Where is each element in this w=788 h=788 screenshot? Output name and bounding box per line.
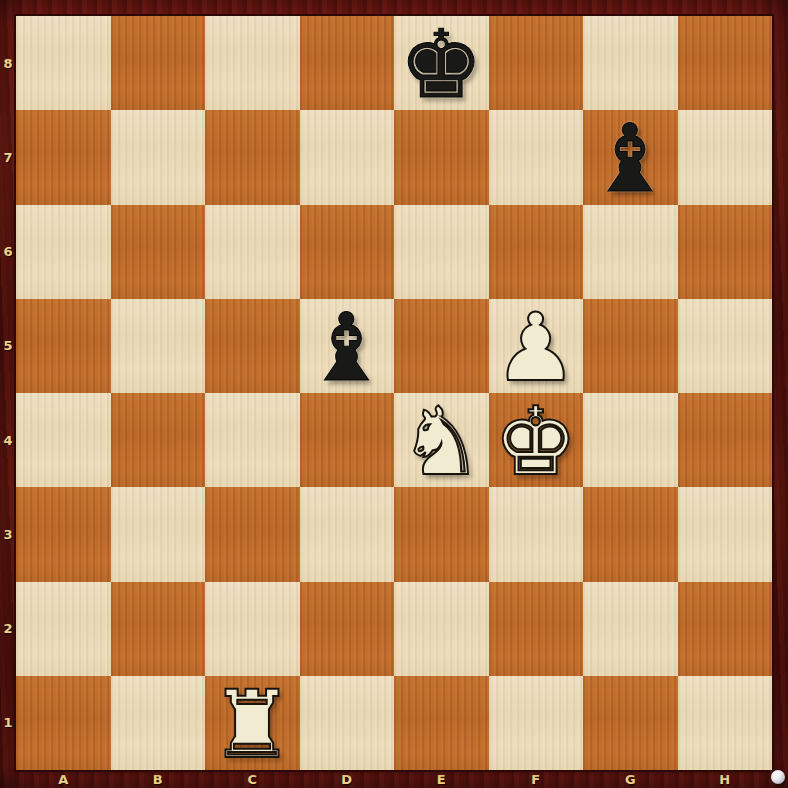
square-e4[interactable]: ♞ [394,393,489,487]
square-c2[interactable] [205,582,300,676]
square-g6[interactable] [583,205,678,299]
file-label-f: F [489,770,584,788]
square-f4[interactable]: ♚ [489,393,584,487]
piece-white-pawn[interactable]: ♟ [494,301,578,395]
square-c7[interactable] [205,110,300,204]
rank-labels: 87654321 [0,16,16,770]
square-f2[interactable] [489,582,584,676]
square-a8[interactable] [16,16,111,110]
square-h2[interactable] [678,582,773,676]
square-f6[interactable] [489,205,584,299]
square-e2[interactable] [394,582,489,676]
square-h8[interactable] [678,16,773,110]
square-f3[interactable] [489,487,584,581]
square-h3[interactable] [678,487,773,581]
rank-label-6: 6 [0,205,16,299]
square-c1[interactable]: ♜ [205,676,300,770]
square-a1[interactable] [16,676,111,770]
square-d4[interactable] [300,393,395,487]
square-b8[interactable] [111,16,206,110]
rank-label-2: 2 [0,582,16,676]
piece-black-king[interactable]: ♚ [399,18,483,112]
rank-label-4: 4 [0,393,16,487]
square-e3[interactable] [394,487,489,581]
square-h1[interactable] [678,676,773,770]
square-g5[interactable] [583,299,678,393]
square-c4[interactable] [205,393,300,487]
square-g3[interactable] [583,487,678,581]
square-f1[interactable] [489,676,584,770]
rank-label-1: 1 [0,676,16,770]
square-a7[interactable] [16,110,111,204]
square-h4[interactable] [678,393,773,487]
square-h5[interactable] [678,299,773,393]
square-g8[interactable] [583,16,678,110]
file-label-b: B [111,770,206,788]
square-h6[interactable] [678,205,773,299]
piece-black-bishop[interactable]: ♝ [305,301,389,395]
square-f5[interactable]: ♟ [489,299,584,393]
square-a5[interactable] [16,299,111,393]
file-label-h: H [678,770,773,788]
piece-white-king[interactable]: ♚ [494,395,578,489]
square-f7[interactable] [489,110,584,204]
square-d2[interactable] [300,582,395,676]
chess-board: ♚♝♝♟♞♚♜ [16,16,772,770]
square-d6[interactable] [300,205,395,299]
square-d5[interactable]: ♝ [300,299,395,393]
rank-label-3: 3 [0,487,16,581]
square-e6[interactable] [394,205,489,299]
square-d8[interactable] [300,16,395,110]
square-f8[interactable] [489,16,584,110]
square-b2[interactable] [111,582,206,676]
square-e8[interactable]: ♚ [394,16,489,110]
square-b5[interactable] [111,299,206,393]
square-g7[interactable]: ♝ [583,110,678,204]
file-labels: ABCDEFGH [16,770,772,788]
square-e5[interactable] [394,299,489,393]
square-a6[interactable] [16,205,111,299]
piece-white-knight[interactable]: ♞ [399,395,483,489]
square-h7[interactable] [678,110,773,204]
square-g2[interactable] [583,582,678,676]
chess-board-frame: 87654321 ABCDEFGH ♚♝♝♟♞♚♜ [0,0,788,788]
square-a3[interactable] [16,487,111,581]
square-g4[interactable] [583,393,678,487]
square-c5[interactable] [205,299,300,393]
file-label-g: G [583,770,678,788]
rank-label-5: 5 [0,299,16,393]
square-a4[interactable] [16,393,111,487]
square-e1[interactable] [394,676,489,770]
file-label-a: A [16,770,111,788]
rank-label-8: 8 [0,16,16,110]
square-c6[interactable] [205,205,300,299]
square-a2[interactable] [16,582,111,676]
rank-label-7: 7 [0,110,16,204]
square-b3[interactable] [111,487,206,581]
square-d3[interactable] [300,487,395,581]
file-label-d: D [300,770,395,788]
white-to-move-indicator [771,770,785,784]
square-d1[interactable] [300,676,395,770]
square-b4[interactable] [111,393,206,487]
square-b7[interactable] [111,110,206,204]
piece-white-rook[interactable]: ♜ [210,678,294,772]
square-e7[interactable] [394,110,489,204]
square-d7[interactable] [300,110,395,204]
square-c8[interactable] [205,16,300,110]
square-g1[interactable] [583,676,678,770]
square-b1[interactable] [111,676,206,770]
square-b6[interactable] [111,205,206,299]
square-c3[interactable] [205,487,300,581]
file-label-e: E [394,770,489,788]
piece-black-bishop[interactable]: ♝ [588,112,672,206]
